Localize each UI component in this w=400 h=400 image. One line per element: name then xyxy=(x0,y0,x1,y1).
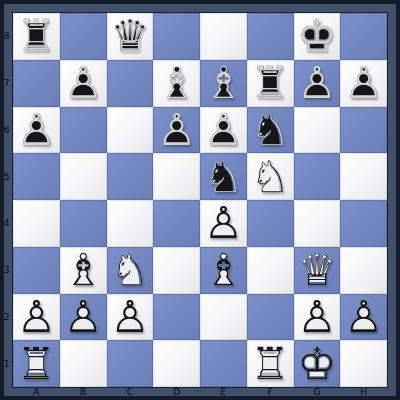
square-d2[interactable] xyxy=(153,294,200,341)
piece-outline: ♙ xyxy=(200,200,247,247)
square-b6[interactable] xyxy=(60,107,107,154)
file-label-h: H xyxy=(340,386,387,397)
square-b3[interactable]: ♝♗ xyxy=(60,247,107,294)
chess-board[interactable]: ♜♖♛♕♚♔♟♙♝♗♝♗♜♖♟♙♟♙♟♙♟♙♟♙♞♘♞♘♞♘♟♙♝♗♞♘♝♗♛♕… xyxy=(13,13,387,387)
square-h3[interactable] xyxy=(340,247,387,294)
square-g5[interactable] xyxy=(294,153,341,200)
square-d5[interactable] xyxy=(153,153,200,200)
piece-outline: ♙ xyxy=(13,294,60,341)
black-bishop-e7[interactable]: ♝♗ xyxy=(200,60,247,107)
piece-outline: ♖ xyxy=(247,340,294,387)
square-b7[interactable]: ♟♙ xyxy=(60,60,107,107)
square-c5[interactable] xyxy=(107,153,154,200)
square-d6[interactable]: ♟♙ xyxy=(153,107,200,154)
square-b1[interactable] xyxy=(60,340,107,387)
piece-outline: ♙ xyxy=(60,294,107,341)
square-a3[interactable] xyxy=(13,247,60,294)
square-c3[interactable]: ♞♘ xyxy=(107,247,154,294)
square-e2[interactable] xyxy=(200,294,247,341)
square-d7[interactable]: ♝♗ xyxy=(153,60,200,107)
white-king-g1[interactable]: ♚♔ xyxy=(294,340,341,387)
square-f5[interactable]: ♞♘ xyxy=(247,153,294,200)
square-g6[interactable] xyxy=(294,107,341,154)
square-h6[interactable] xyxy=(340,107,387,154)
square-a4[interactable] xyxy=(13,200,60,247)
rank-label-1: 1 xyxy=(0,340,13,387)
piece-outline: ♙ xyxy=(60,60,107,107)
square-g7[interactable]: ♟♙ xyxy=(294,60,341,107)
square-e7[interactable]: ♝♗ xyxy=(200,60,247,107)
piece-outline: ♖ xyxy=(13,13,60,60)
piece-outline: ♔ xyxy=(294,13,341,60)
square-c2[interactable]: ♟♙ xyxy=(107,294,154,341)
square-a6[interactable]: ♟♙ xyxy=(13,107,60,154)
square-a1[interactable]: ♜♖ xyxy=(13,340,60,387)
square-c4[interactable] xyxy=(107,200,154,247)
black-pawn-a6[interactable]: ♟♙ xyxy=(13,107,60,154)
square-e4[interactable]: ♟♙ xyxy=(200,200,247,247)
white-pawn-e4[interactable]: ♟♙ xyxy=(200,200,247,247)
square-f6[interactable]: ♞♘ xyxy=(247,107,294,154)
white-pawn-h2[interactable]: ♟♙ xyxy=(340,294,387,341)
square-h5[interactable] xyxy=(340,153,387,200)
square-f3[interactable] xyxy=(247,247,294,294)
square-f8[interactable] xyxy=(247,13,294,60)
piece-outline: ♙ xyxy=(294,294,341,341)
square-e6[interactable]: ♟♙ xyxy=(200,107,247,154)
rank-label-5: 5 xyxy=(0,153,13,200)
piece-outline: ♗ xyxy=(200,60,247,107)
square-b5[interactable] xyxy=(60,153,107,200)
black-rook-a8[interactable]: ♜♖ xyxy=(13,13,60,60)
square-h4[interactable] xyxy=(340,200,387,247)
square-b4[interactable] xyxy=(60,200,107,247)
square-h7[interactable]: ♟♙ xyxy=(340,60,387,107)
piece-outline: ♘ xyxy=(107,247,154,294)
white-knight-c3[interactable]: ♞♘ xyxy=(107,247,154,294)
white-knight-f5[interactable]: ♞♘ xyxy=(247,153,294,200)
square-c6[interactable] xyxy=(107,107,154,154)
chess-diagram: 87654321 ABCDEFGH ♜♖♛♕♚♔♟♙♝♗♝♗♜♖♟♙♟♙♟♙♟♙… xyxy=(0,0,400,400)
rank-labels: 87654321 xyxy=(0,13,13,387)
square-e3[interactable]: ♝♗ xyxy=(200,247,247,294)
square-e5[interactable]: ♞♘ xyxy=(200,153,247,200)
white-pawn-b2[interactable]: ♟♙ xyxy=(60,294,107,341)
piece-outline: ♘ xyxy=(200,153,247,200)
square-h8[interactable] xyxy=(340,13,387,60)
white-queen-g3[interactable]: ♛♕ xyxy=(294,247,341,294)
piece-outline: ♙ xyxy=(200,107,247,154)
square-d8[interactable] xyxy=(153,13,200,60)
square-d3[interactable] xyxy=(153,247,200,294)
piece-outline: ♘ xyxy=(247,107,294,154)
square-g4[interactable] xyxy=(294,200,341,247)
white-bishop-b3[interactable]: ♝♗ xyxy=(60,247,107,294)
piece-outline: ♕ xyxy=(294,247,341,294)
square-f4[interactable] xyxy=(247,200,294,247)
white-pawn-g2[interactable]: ♟♙ xyxy=(294,294,341,341)
square-e1[interactable] xyxy=(200,340,247,387)
square-f2[interactable] xyxy=(247,294,294,341)
square-e8[interactable] xyxy=(200,13,247,60)
square-d1[interactable] xyxy=(153,340,200,387)
square-c7[interactable] xyxy=(107,60,154,107)
black-pawn-b7[interactable]: ♟♙ xyxy=(60,60,107,107)
piece-outline: ♙ xyxy=(340,60,387,107)
square-a8[interactable]: ♜♖ xyxy=(13,13,60,60)
black-knight-e5[interactable]: ♞♘ xyxy=(200,153,247,200)
black-king-g8[interactable]: ♚♔ xyxy=(294,13,341,60)
piece-outline: ♖ xyxy=(247,60,294,107)
square-g2[interactable]: ♟♙ xyxy=(294,294,341,341)
square-f7[interactable]: ♜♖ xyxy=(247,60,294,107)
piece-outline: ♗ xyxy=(60,247,107,294)
piece-outline: ♙ xyxy=(107,294,154,341)
rank-label-4: 4 xyxy=(0,200,13,247)
black-pawn-g7[interactable]: ♟♙ xyxy=(294,60,341,107)
piece-outline: ♗ xyxy=(153,60,200,107)
rank-label-6: 6 xyxy=(0,107,13,154)
square-a2[interactable]: ♟♙ xyxy=(13,294,60,341)
white-pawn-c2[interactable]: ♟♙ xyxy=(107,294,154,341)
black-rook-f7[interactable]: ♜♖ xyxy=(247,60,294,107)
square-g8[interactable]: ♚♔ xyxy=(294,13,341,60)
white-pawn-a2[interactable]: ♟♙ xyxy=(13,294,60,341)
file-label-c: C xyxy=(107,386,154,397)
white-bishop-e3[interactable]: ♝♗ xyxy=(200,247,247,294)
square-b2[interactable]: ♟♙ xyxy=(60,294,107,341)
piece-outline: ♖ xyxy=(13,340,60,387)
white-rook-f1[interactable]: ♜♖ xyxy=(247,340,294,387)
rank-label-2: 2 xyxy=(0,294,13,341)
piece-outline: ♙ xyxy=(294,60,341,107)
black-pawn-d6[interactable]: ♟♙ xyxy=(153,107,200,154)
piece-outline: ♔ xyxy=(294,340,341,387)
rank-label-8: 8 xyxy=(0,13,13,60)
file-label-b: B xyxy=(60,386,107,397)
file-label-e: E xyxy=(200,386,247,397)
piece-outline: ♗ xyxy=(200,247,247,294)
square-h2[interactable]: ♟♙ xyxy=(340,294,387,341)
piece-outline: ♙ xyxy=(13,107,60,154)
rank-label-7: 7 xyxy=(0,60,13,107)
black-queen-c8[interactable]: ♛♕ xyxy=(107,13,154,60)
square-c1[interactable] xyxy=(107,340,154,387)
square-d4[interactable] xyxy=(153,200,200,247)
piece-outline: ♘ xyxy=(247,153,294,200)
square-g3[interactable]: ♛♕ xyxy=(294,247,341,294)
white-rook-a1[interactable]: ♜♖ xyxy=(13,340,60,387)
square-h1[interactable] xyxy=(340,340,387,387)
rank-label-3: 3 xyxy=(0,247,13,294)
square-a5[interactable] xyxy=(13,153,60,200)
black-knight-f6[interactable]: ♞♘ xyxy=(247,107,294,154)
piece-outline: ♕ xyxy=(107,13,154,60)
file-label-d: D xyxy=(153,386,200,397)
piece-outline: ♙ xyxy=(340,294,387,341)
black-pawn-e6[interactable]: ♟♙ xyxy=(200,107,247,154)
square-c8[interactable]: ♛♕ xyxy=(107,13,154,60)
piece-outline: ♙ xyxy=(153,107,200,154)
square-f1[interactable]: ♜♖ xyxy=(247,340,294,387)
square-b8[interactable] xyxy=(60,13,107,60)
black-pawn-h7[interactable]: ♟♙ xyxy=(340,60,387,107)
square-a7[interactable] xyxy=(13,60,60,107)
black-bishop-d7[interactable]: ♝♗ xyxy=(153,60,200,107)
square-g1[interactable]: ♚♔ xyxy=(294,340,341,387)
